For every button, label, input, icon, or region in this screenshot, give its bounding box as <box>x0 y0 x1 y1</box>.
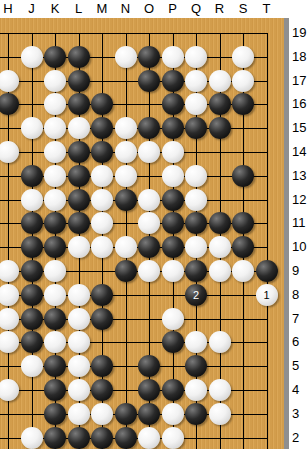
black-stone-P10 <box>162 236 184 258</box>
white-stone-R9 <box>209 260 231 282</box>
move-number-1: 1 <box>256 284 278 306</box>
white-stone-R10 <box>209 236 231 258</box>
row-label-19: 19 <box>292 26 308 40</box>
white-stone-O11 <box>138 212 160 234</box>
white-stone-H6 <box>0 331 19 353</box>
white-stone-P3 <box>162 403 184 425</box>
white-stone-J12 <box>21 189 43 211</box>
black-stone-T9 <box>256 260 278 282</box>
black-stone-R16 <box>209 93 231 115</box>
black-stone-O15 <box>138 117 160 139</box>
white-stone-L8 <box>68 284 90 306</box>
black-stone-Q15 <box>185 117 207 139</box>
black-stone-O10 <box>138 236 160 258</box>
white-stone-M3 <box>91 403 113 425</box>
row-label-18: 18 <box>292 50 308 64</box>
black-stone-K10 <box>44 236 66 258</box>
black-stone-N2 <box>115 427 137 449</box>
black-stone-M4 <box>91 379 113 401</box>
black-stone-L11 <box>68 212 90 234</box>
black-stone-L14 <box>68 141 90 163</box>
black-stone-P6 <box>162 331 184 353</box>
row-label-7: 7 <box>292 312 308 326</box>
black-stone-M7 <box>91 308 113 330</box>
black-stone-J8 <box>21 284 43 306</box>
white-stone-L5 <box>68 355 90 377</box>
black-stone-O17 <box>138 70 160 92</box>
black-stone-J6 <box>21 331 43 353</box>
black-stone-M14 <box>91 141 113 163</box>
white-stone-J5 <box>21 355 43 377</box>
black-stone-M8 <box>91 284 113 306</box>
row-label-6: 6 <box>292 335 308 349</box>
white-stone-R3 <box>209 403 231 425</box>
black-stone-M15 <box>91 117 113 139</box>
white-stone-N13 <box>115 165 137 187</box>
white-stone-K13 <box>44 165 66 187</box>
black-stone-J7 <box>21 308 43 330</box>
column-label-T: T <box>257 1 277 17</box>
white-stone-K6 <box>44 331 66 353</box>
white-stone-J18 <box>21 46 43 68</box>
black-stone-K18 <box>44 46 66 68</box>
white-stone-Q17 <box>185 70 207 92</box>
row-label-4: 4 <box>292 383 308 397</box>
white-stone-Q16 <box>185 93 207 115</box>
column-label-M: M <box>92 1 112 17</box>
row-label-14: 14 <box>292 145 308 159</box>
white-stone-R4 <box>209 379 231 401</box>
go-diagram: HJKLMNOPQRST 21 191817161514131211109876… <box>0 0 308 449</box>
white-stone-N14 <box>115 141 137 163</box>
white-stone-Q6 <box>185 331 207 353</box>
black-stone-L12 <box>68 189 90 211</box>
black-stone-K2 <box>44 427 66 449</box>
black-stone-O5 <box>138 355 160 377</box>
white-stone-P14 <box>162 141 184 163</box>
column-label-S: S <box>233 1 253 17</box>
black-stone-Q3 <box>185 403 207 425</box>
black-stone-S13 <box>232 165 254 187</box>
column-label-J: J <box>22 1 42 17</box>
black-stone-J13 <box>21 165 43 187</box>
white-stone-N15 <box>115 117 137 139</box>
black-stone-J10 <box>21 236 43 258</box>
row-label-13: 13 <box>292 169 308 183</box>
black-stone-L13 <box>68 165 90 187</box>
row-label-15: 15 <box>292 121 308 135</box>
white-stone-N18 <box>115 46 137 68</box>
go-board[interactable]: 21 <box>0 18 284 449</box>
black-stone-O3 <box>138 403 160 425</box>
white-stone-L7 <box>68 308 90 330</box>
white-stone-H4 <box>0 379 19 401</box>
white-stone-M10 <box>91 236 113 258</box>
black-stone-S11 <box>232 212 254 234</box>
white-stone-L3 <box>68 403 90 425</box>
black-stone-N9 <box>115 260 137 282</box>
black-stone-M16 <box>91 93 113 115</box>
row-label-12: 12 <box>292 193 308 207</box>
row-label-5: 5 <box>292 359 308 373</box>
black-stone-O4 <box>138 379 160 401</box>
white-stone-P13 <box>162 165 184 187</box>
column-label-L: L <box>69 1 89 17</box>
column-label-P: P <box>163 1 183 17</box>
black-stone-Q5 <box>185 355 207 377</box>
white-stone-L15 <box>68 117 90 139</box>
black-stone-L16 <box>68 93 90 115</box>
white-stone-P2 <box>162 427 184 449</box>
board-edge-shadow <box>284 18 289 449</box>
white-stone-Q4 <box>185 379 207 401</box>
black-stone-N12 <box>115 189 137 211</box>
white-stone-L10 <box>68 236 90 258</box>
white-stone-L4 <box>68 379 90 401</box>
white-stone-S18 <box>232 46 254 68</box>
black-stone-Q8: 2 <box>185 284 207 306</box>
white-stone-O14 <box>138 141 160 163</box>
column-label-O: O <box>139 1 159 17</box>
white-stone-H9 <box>0 260 19 282</box>
black-stone-J11 <box>21 212 43 234</box>
white-stone-Q18 <box>185 46 207 68</box>
row-label-8: 8 <box>292 288 308 302</box>
white-stone-M13 <box>91 165 113 187</box>
white-stone-P7 <box>162 308 184 330</box>
white-stone-Q13 <box>185 165 207 187</box>
move-number-2: 2 <box>185 284 207 306</box>
column-label-N: N <box>116 1 136 17</box>
white-stone-K15 <box>44 117 66 139</box>
black-stone-N3 <box>115 403 137 425</box>
black-stone-K7 <box>44 308 66 330</box>
black-stone-R11 <box>209 212 231 234</box>
black-stone-K5 <box>44 355 66 377</box>
row-label-3: 3 <box>292 407 308 421</box>
black-stone-R15 <box>209 117 231 139</box>
row-label-2: 2 <box>292 431 308 445</box>
white-stone-P9 <box>162 260 184 282</box>
black-stone-H16 <box>0 93 19 115</box>
black-stone-S16 <box>232 93 254 115</box>
grid-vline-T <box>267 33 268 449</box>
white-stone-H17 <box>0 70 19 92</box>
row-label-10: 10 <box>292 240 308 254</box>
black-stone-K4 <box>44 379 66 401</box>
white-stone-R6 <box>209 331 231 353</box>
black-stone-Q9 <box>185 260 207 282</box>
white-stone-M12 <box>91 189 113 211</box>
white-stone-H14 <box>0 141 19 163</box>
white-stone-K17 <box>44 70 66 92</box>
white-stone-T8: 1 <box>256 284 278 306</box>
white-stone-J2 <box>21 427 43 449</box>
black-stone-P12 <box>162 189 184 211</box>
white-stone-L6 <box>68 331 90 353</box>
black-stone-L2 <box>68 427 90 449</box>
black-stone-M2 <box>91 427 113 449</box>
column-label-H: H <box>0 1 18 17</box>
black-stone-P11 <box>162 212 184 234</box>
white-stone-K16 <box>44 93 66 115</box>
black-stone-P16 <box>162 93 184 115</box>
black-stone-P17 <box>162 70 184 92</box>
white-stone-S17 <box>232 70 254 92</box>
white-stone-N10 <box>115 236 137 258</box>
white-stone-S9 <box>232 260 254 282</box>
white-stone-Q10 <box>185 236 207 258</box>
column-label-R: R <box>210 1 230 17</box>
black-stone-P4 <box>162 379 184 401</box>
black-stone-M5 <box>91 355 113 377</box>
white-stone-O9 <box>138 260 160 282</box>
white-stone-H8 <box>0 284 19 306</box>
column-label-K: K <box>45 1 65 17</box>
white-stone-O12 <box>138 189 160 211</box>
white-stone-M11 <box>91 212 113 234</box>
black-stone-L18 <box>68 46 90 68</box>
row-label-9: 9 <box>292 264 308 278</box>
white-stone-R17 <box>209 70 231 92</box>
white-stone-K14 <box>44 141 66 163</box>
white-stone-K9 <box>44 260 66 282</box>
black-stone-P15 <box>162 117 184 139</box>
white-stone-K12 <box>44 189 66 211</box>
white-stone-P18 <box>162 46 184 68</box>
black-stone-S10 <box>232 236 254 258</box>
white-stone-H7 <box>0 308 19 330</box>
black-stone-Q11 <box>185 212 207 234</box>
row-label-11: 11 <box>292 216 308 230</box>
white-stone-K8 <box>44 284 66 306</box>
black-stone-J9 <box>21 260 43 282</box>
row-label-16: 16 <box>292 97 308 111</box>
white-stone-J15 <box>21 117 43 139</box>
white-stone-O2 <box>138 427 160 449</box>
grid-hline-19 <box>0 33 268 34</box>
row-label-17: 17 <box>292 74 308 88</box>
column-label-Q: Q <box>186 1 206 17</box>
black-stone-K3 <box>44 403 66 425</box>
black-stone-L17 <box>68 70 90 92</box>
black-stone-O18 <box>138 46 160 68</box>
white-stone-Q12 <box>185 189 207 211</box>
black-stone-K11 <box>44 212 66 234</box>
